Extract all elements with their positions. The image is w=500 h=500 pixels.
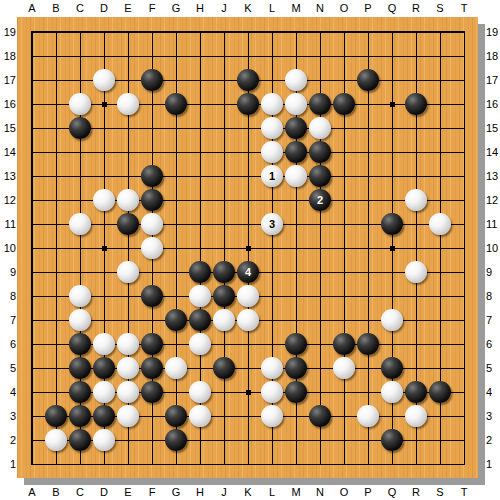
stone-white[interactable] bbox=[429, 213, 451, 235]
coord-label-bottom: O bbox=[340, 486, 349, 498]
star-point bbox=[102, 246, 107, 251]
stone-black[interactable] bbox=[69, 357, 91, 379]
coord-label-left: 19 bbox=[1, 26, 16, 38]
stone-black[interactable]: 2 bbox=[309, 189, 331, 211]
coord-label-top: G bbox=[172, 2, 181, 14]
coord-label-left: 4 bbox=[1, 386, 16, 398]
coord-label-top: F bbox=[149, 2, 156, 14]
stone-black[interactable] bbox=[381, 213, 403, 235]
stone-white[interactable] bbox=[261, 117, 283, 139]
stone-black[interactable] bbox=[69, 381, 91, 403]
stone-black[interactable] bbox=[213, 261, 235, 283]
stone-white[interactable] bbox=[237, 309, 259, 331]
stone-white[interactable] bbox=[93, 429, 115, 451]
stone-black[interactable] bbox=[285, 117, 307, 139]
coord-label-right: 17 bbox=[486, 74, 500, 86]
stone-black[interactable] bbox=[381, 357, 403, 379]
coord-label-bottom: H bbox=[196, 486, 204, 498]
coord-label-bottom: R bbox=[412, 486, 420, 498]
star-point bbox=[246, 390, 251, 395]
coord-label-left: 1 bbox=[1, 458, 16, 470]
stone-black[interactable] bbox=[141, 189, 163, 211]
stone-white[interactable] bbox=[189, 333, 211, 355]
move-number-label: 1 bbox=[269, 170, 275, 182]
stone-black[interactable] bbox=[69, 429, 91, 451]
stone-white[interactable] bbox=[381, 309, 403, 331]
stone-black[interactable] bbox=[405, 381, 427, 403]
coord-label-right: 12 bbox=[486, 194, 500, 206]
coord-label-right: 1 bbox=[486, 458, 500, 470]
coord-label-bottom: Q bbox=[388, 486, 397, 498]
stone-black[interactable] bbox=[141, 69, 163, 91]
coord-label-top: C bbox=[76, 2, 84, 14]
stone-black[interactable] bbox=[141, 381, 163, 403]
coord-label-top: B bbox=[52, 2, 59, 14]
coord-label-bottom: L bbox=[269, 486, 275, 498]
stone-black[interactable] bbox=[93, 357, 115, 379]
stone-black[interactable] bbox=[69, 117, 91, 139]
coord-label-left: 13 bbox=[1, 170, 16, 182]
stone-black[interactable] bbox=[309, 405, 331, 427]
stone-black[interactable] bbox=[333, 93, 355, 115]
coord-label-left: 8 bbox=[1, 290, 16, 302]
stone-black[interactable] bbox=[69, 405, 91, 427]
coord-label-bottom: F bbox=[149, 486, 156, 498]
stone-black[interactable] bbox=[213, 357, 235, 379]
stone-black[interactable] bbox=[69, 333, 91, 355]
coord-label-right: 6 bbox=[486, 338, 500, 350]
stone-black[interactable] bbox=[285, 141, 307, 163]
stone-white[interactable] bbox=[93, 69, 115, 91]
stone-white[interactable] bbox=[261, 405, 283, 427]
stone-black[interactable] bbox=[141, 285, 163, 307]
stone-black[interactable]: 4 bbox=[237, 261, 259, 283]
coord-label-left: 17 bbox=[1, 74, 16, 86]
coord-label-right: 7 bbox=[486, 314, 500, 326]
stone-black[interactable] bbox=[165, 93, 187, 115]
coord-label-right: 11 bbox=[486, 218, 500, 230]
stone-white[interactable] bbox=[285, 69, 307, 91]
coord-label-left: 18 bbox=[1, 50, 16, 62]
stone-black[interactable] bbox=[333, 333, 355, 355]
stone-white[interactable] bbox=[357, 405, 379, 427]
coord-label-bottom: M bbox=[291, 486, 300, 498]
stone-black[interactable] bbox=[165, 405, 187, 427]
coord-label-bottom: B bbox=[52, 486, 59, 498]
coord-label-right: 13 bbox=[486, 170, 500, 182]
coord-label-right: 16 bbox=[486, 98, 500, 110]
stone-white[interactable] bbox=[189, 381, 211, 403]
stone-white[interactable] bbox=[93, 381, 115, 403]
stone-white[interactable] bbox=[117, 357, 139, 379]
stone-black[interactable] bbox=[213, 285, 235, 307]
stone-white[interactable] bbox=[165, 357, 187, 379]
stone-white[interactable] bbox=[117, 405, 139, 427]
coord-label-top: S bbox=[436, 2, 443, 14]
stone-black[interactable] bbox=[285, 333, 307, 355]
stone-white[interactable] bbox=[117, 189, 139, 211]
coord-label-right: 19 bbox=[486, 26, 500, 38]
coord-label-top: D bbox=[100, 2, 108, 14]
coord-label-left: 16 bbox=[1, 98, 16, 110]
stone-white[interactable] bbox=[405, 261, 427, 283]
stone-black[interactable] bbox=[357, 69, 379, 91]
stone-white[interactable] bbox=[381, 381, 403, 403]
stone-white[interactable] bbox=[333, 357, 355, 379]
star-point bbox=[390, 102, 395, 107]
coord-label-right: 15 bbox=[486, 122, 500, 134]
stone-black[interactable] bbox=[93, 405, 115, 427]
coord-label-right: 10 bbox=[486, 242, 500, 254]
coord-label-left: 11 bbox=[1, 218, 16, 230]
stone-black[interactable] bbox=[117, 213, 139, 235]
stone-black[interactable] bbox=[309, 141, 331, 163]
coord-label-top: P bbox=[364, 2, 371, 14]
stone-white[interactable] bbox=[261, 381, 283, 403]
stone-white[interactable] bbox=[117, 261, 139, 283]
stone-white[interactable] bbox=[69, 309, 91, 331]
stone-white[interactable] bbox=[261, 93, 283, 115]
coord-label-left: 9 bbox=[1, 266, 16, 278]
stone-white[interactable] bbox=[69, 285, 91, 307]
stone-white[interactable] bbox=[117, 381, 139, 403]
go-diagram-page: ABCDEFGHJKLMNOPQRST ABCDEFGHJKLMNOPQRST … bbox=[0, 0, 500, 500]
stone-black[interactable] bbox=[141, 333, 163, 355]
coord-label-left: 12 bbox=[1, 194, 16, 206]
coord-label-bottom: P bbox=[364, 486, 371, 498]
stone-white[interactable]: 1 bbox=[261, 165, 283, 187]
stone-white[interactable] bbox=[285, 93, 307, 115]
coord-label-bottom: S bbox=[436, 486, 443, 498]
stone-black[interactable] bbox=[285, 357, 307, 379]
stone-black[interactable] bbox=[309, 165, 331, 187]
move-number-label: 2 bbox=[317, 194, 323, 206]
coord-label-left: 2 bbox=[1, 434, 16, 446]
coord-label-right: 14 bbox=[486, 146, 500, 158]
coord-label-top: T bbox=[461, 2, 468, 14]
stone-black[interactable] bbox=[189, 261, 211, 283]
coord-label-left: 14 bbox=[1, 146, 16, 158]
stone-white[interactable] bbox=[237, 285, 259, 307]
coord-label-left: 10 bbox=[1, 242, 16, 254]
coord-label-bottom: C bbox=[76, 486, 84, 498]
coord-label-left: 6 bbox=[1, 338, 16, 350]
stone-white[interactable] bbox=[93, 333, 115, 355]
coord-label-bottom: K bbox=[244, 486, 251, 498]
stone-white[interactable] bbox=[141, 213, 163, 235]
stone-white[interactable] bbox=[141, 237, 163, 259]
coord-label-bottom: T bbox=[461, 486, 468, 498]
star-point bbox=[246, 246, 251, 251]
stone-black[interactable] bbox=[309, 93, 331, 115]
coord-label-bottom: J bbox=[221, 486, 227, 498]
coord-label-bottom: D bbox=[100, 486, 108, 498]
stone-white[interactable] bbox=[45, 429, 67, 451]
coord-label-bottom: E bbox=[124, 486, 131, 498]
stone-black[interactable] bbox=[45, 405, 67, 427]
stone-black[interactable] bbox=[141, 165, 163, 187]
coord-label-right: 18 bbox=[486, 50, 500, 62]
stone-black[interactable] bbox=[165, 429, 187, 451]
stone-white[interactable]: 3 bbox=[261, 213, 283, 235]
stone-black[interactable] bbox=[429, 381, 451, 403]
coord-label-top: E bbox=[124, 2, 131, 14]
coord-label-right: 2 bbox=[486, 434, 500, 446]
stone-black[interactable] bbox=[165, 309, 187, 331]
coord-label-bottom: A bbox=[28, 486, 35, 498]
coord-label-left: 3 bbox=[1, 410, 16, 422]
coord-label-left: 5 bbox=[1, 362, 16, 374]
coord-label-top: R bbox=[412, 2, 420, 14]
coord-label-bottom: N bbox=[316, 486, 324, 498]
coord-label-right: 8 bbox=[486, 290, 500, 302]
stone-white[interactable] bbox=[69, 93, 91, 115]
coord-label-right: 4 bbox=[486, 386, 500, 398]
stone-white[interactable] bbox=[69, 213, 91, 235]
stone-white[interactable] bbox=[117, 333, 139, 355]
coord-label-bottom: G bbox=[172, 486, 181, 498]
stone-white[interactable] bbox=[285, 165, 307, 187]
stone-black[interactable] bbox=[237, 69, 259, 91]
coord-label-top: J bbox=[221, 2, 227, 14]
stone-black[interactable] bbox=[357, 333, 379, 355]
star-point bbox=[102, 102, 107, 107]
coord-label-top: L bbox=[269, 2, 275, 14]
move-number-label: 4 bbox=[245, 266, 251, 278]
coord-label-right: 3 bbox=[486, 410, 500, 422]
stone-white[interactable] bbox=[405, 405, 427, 427]
stone-black[interactable] bbox=[189, 309, 211, 331]
go-board[interactable]: 1234 bbox=[17, 17, 478, 478]
coord-label-top: A bbox=[28, 2, 35, 14]
coord-label-top: K bbox=[244, 2, 251, 14]
coord-label-right: 9 bbox=[486, 266, 500, 278]
stone-black[interactable] bbox=[405, 93, 427, 115]
stone-white[interactable] bbox=[117, 93, 139, 115]
stone-white[interactable] bbox=[213, 309, 235, 331]
stone-black[interactable] bbox=[141, 357, 163, 379]
stone-black[interactable] bbox=[381, 429, 403, 451]
stone-white[interactable] bbox=[189, 405, 211, 427]
stone-white[interactable] bbox=[189, 285, 211, 307]
stone-black[interactable] bbox=[237, 93, 259, 115]
stone-white[interactable] bbox=[261, 141, 283, 163]
coord-label-top: H bbox=[196, 2, 204, 14]
stone-white[interactable] bbox=[405, 189, 427, 211]
coord-label-left: 15 bbox=[1, 122, 16, 134]
stone-white[interactable] bbox=[261, 357, 283, 379]
coord-label-right: 5 bbox=[486, 362, 500, 374]
coord-label-top: Q bbox=[388, 2, 397, 14]
coord-label-left: 7 bbox=[1, 314, 16, 326]
coord-label-top: O bbox=[340, 2, 349, 14]
stone-white[interactable] bbox=[93, 189, 115, 211]
stone-white[interactable] bbox=[309, 117, 331, 139]
stone-black[interactable] bbox=[285, 381, 307, 403]
star-point bbox=[390, 246, 395, 251]
coord-label-top: N bbox=[316, 2, 324, 14]
move-number-label: 3 bbox=[269, 218, 275, 230]
coord-label-top: M bbox=[291, 2, 300, 14]
